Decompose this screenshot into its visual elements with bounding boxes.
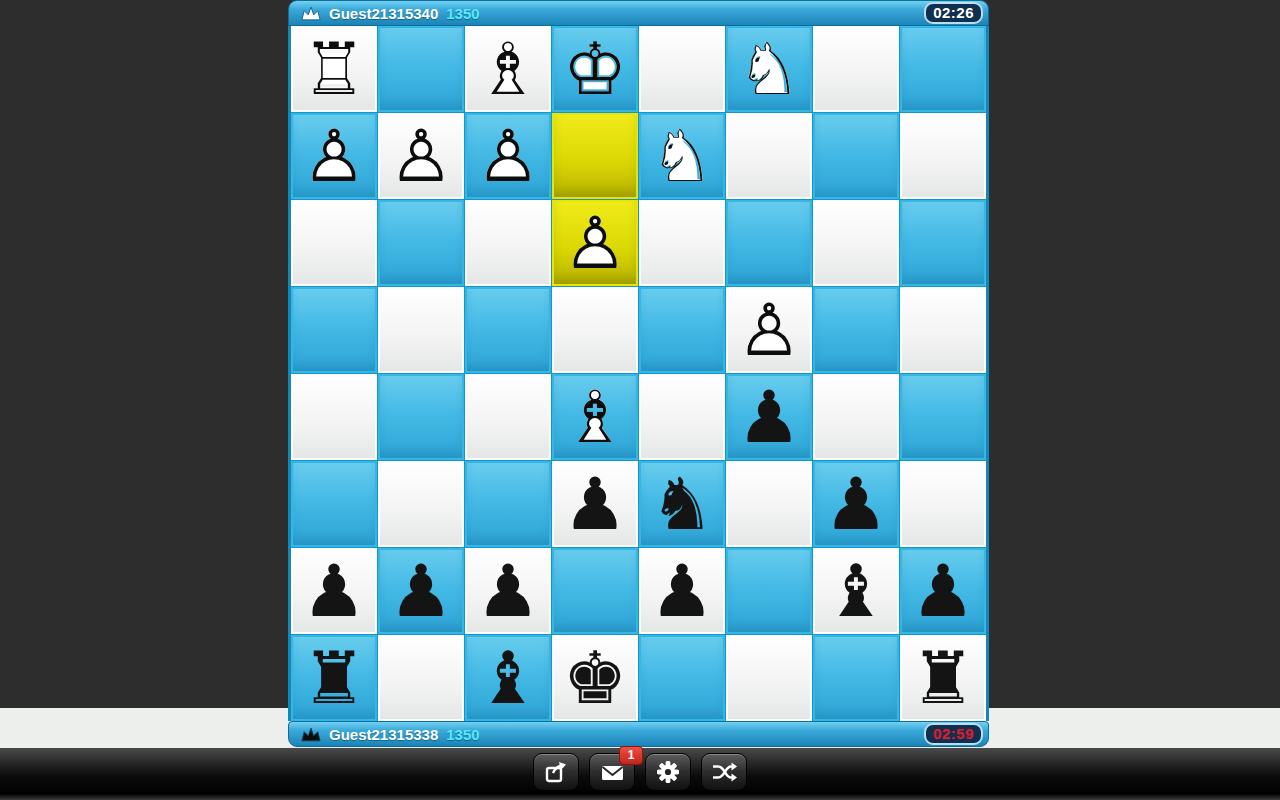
- square-g1[interactable]: [378, 26, 464, 112]
- piece-outline-layer: ♙: [291, 113, 377, 199]
- top-player-name: Guest21315340: [329, 5, 438, 22]
- square-d5[interactable]: [639, 374, 725, 460]
- game-container: Guest21315340 1350 02:26 ♜♖♝♗♚♔♞♘♟♙♟♙♟♙♞…: [288, 0, 989, 747]
- square-h7[interactable]: ♟: [291, 548, 377, 634]
- square-g7[interactable]: ♟: [378, 548, 464, 634]
- piece-outline-layer: ♗: [552, 374, 638, 460]
- piece-outline-layer: ♘: [726, 26, 812, 112]
- piece-glyph: ♟: [378, 548, 464, 634]
- piece-glyph: ♟: [465, 548, 551, 634]
- piece-glyph: ♝: [813, 548, 899, 634]
- black-pawn[interactable]: ♟: [726, 374, 812, 460]
- square-a5[interactable]: [900, 374, 986, 460]
- square-h3[interactable]: [291, 200, 377, 286]
- square-h2[interactable]: ♟♙: [291, 113, 377, 199]
- square-a3[interactable]: [900, 200, 986, 286]
- white-knight[interactable]: ♞♘: [726, 26, 812, 112]
- square-b5[interactable]: [813, 374, 899, 460]
- gear-icon: [655, 759, 681, 785]
- square-c7[interactable]: [726, 548, 812, 634]
- piece-glyph: ♟: [726, 374, 812, 460]
- square-b4[interactable]: [813, 287, 899, 373]
- piece-glyph: ♟: [291, 548, 377, 634]
- square-f2[interactable]: ♟♙: [465, 113, 551, 199]
- piece-outline-layer: ♘: [639, 113, 725, 199]
- square-c8[interactable]: [726, 635, 812, 721]
- black-king[interactable]: ♚: [552, 635, 638, 721]
- share-icon: [543, 759, 569, 785]
- black-queen-crown-icon: [301, 727, 321, 742]
- top-player-bar: Guest21315340 1350 02:26: [288, 0, 989, 26]
- square-g6[interactable]: [378, 461, 464, 547]
- square-c6[interactable]: [726, 461, 812, 547]
- piece-glyph: ♟: [639, 548, 725, 634]
- square-d4[interactable]: [639, 287, 725, 373]
- square-a2[interactable]: [900, 113, 986, 199]
- square-e3[interactable]: ♟♙: [552, 200, 638, 286]
- square-f1[interactable]: ♝♗: [465, 26, 551, 112]
- square-c1[interactable]: ♞♘: [726, 26, 812, 112]
- bottom-player-clock: 02:59: [924, 723, 983, 745]
- piece-glyph: ♜: [291, 635, 377, 721]
- square-f4[interactable]: [465, 287, 551, 373]
- square-a7[interactable]: ♟: [900, 548, 986, 634]
- square-b8[interactable]: [813, 635, 899, 721]
- settings-button[interactable]: [645, 753, 691, 791]
- black-bishop[interactable]: ♝: [465, 635, 551, 721]
- square-g8[interactable]: [378, 635, 464, 721]
- switch-sides-button[interactable]: [701, 753, 747, 791]
- square-h1[interactable]: ♜♖: [291, 26, 377, 112]
- white-bishop[interactable]: ♝♗: [552, 374, 638, 460]
- black-bishop[interactable]: ♝: [813, 548, 899, 634]
- square-b2[interactable]: [813, 113, 899, 199]
- square-e8[interactable]: ♚: [552, 635, 638, 721]
- white-pawn[interactable]: ♟♙: [552, 200, 638, 286]
- black-rook[interactable]: ♜: [291, 635, 377, 721]
- white-pawn[interactable]: ♟♙: [726, 287, 812, 373]
- piece-outline-layer: ♔: [552, 26, 638, 112]
- square-d6[interactable]: ♞: [639, 461, 725, 547]
- white-pawn[interactable]: ♟♙: [465, 113, 551, 199]
- square-g5[interactable]: [378, 374, 464, 460]
- piece-glyph: ♝: [465, 635, 551, 721]
- piece-outline-layer: ♙: [378, 113, 464, 199]
- square-g3[interactable]: [378, 200, 464, 286]
- piece-outline-layer: ♖: [291, 26, 377, 112]
- black-pawn[interactable]: ♟: [900, 548, 986, 634]
- piece-glyph: ♞: [639, 461, 725, 547]
- white-rook[interactable]: ♜♖: [291, 26, 377, 112]
- square-h6[interactable]: [291, 461, 377, 547]
- piece-glyph: ♜: [900, 635, 986, 721]
- piece-glyph: ♟: [900, 548, 986, 634]
- black-pawn[interactable]: ♟: [813, 461, 899, 547]
- top-player-clock: 02:26: [924, 2, 983, 24]
- square-a1[interactable]: [900, 26, 986, 112]
- messages-button[interactable]: 1: [589, 753, 635, 791]
- square-f5[interactable]: [465, 374, 551, 460]
- piece-outline-layer: ♙: [465, 113, 551, 199]
- square-c5[interactable]: ♟: [726, 374, 812, 460]
- share-button[interactable]: [533, 753, 579, 791]
- white-bishop[interactable]: ♝♗: [465, 26, 551, 112]
- shuffle-icon: [710, 759, 738, 785]
- square-e7[interactable]: [552, 548, 638, 634]
- bottom-player-bar: Guest21315338 1350 02:59: [288, 721, 989, 747]
- black-pawn[interactable]: ♟: [291, 548, 377, 634]
- square-b3[interactable]: [813, 200, 899, 286]
- square-d3[interactable]: [639, 200, 725, 286]
- square-b7[interactable]: ♝: [813, 548, 899, 634]
- square-d8[interactable]: [639, 635, 725, 721]
- piece-outline-layer: ♙: [552, 200, 638, 286]
- square-e5[interactable]: ♝♗: [552, 374, 638, 460]
- square-e1[interactable]: ♚♔: [552, 26, 638, 112]
- piece-glyph: ♟: [552, 461, 638, 547]
- square-e2[interactable]: [552, 113, 638, 199]
- white-king[interactable]: ♚♔: [552, 26, 638, 112]
- black-knight[interactable]: ♞: [639, 461, 725, 547]
- chess-board: ♜♖♝♗♚♔♞♘♟♙♟♙♟♙♞♘♟♙♟♙♝♗♟♟♞♟♟♟♟♟♝♟♜♝♚♜: [288, 26, 989, 721]
- black-pawn[interactable]: ♟: [552, 461, 638, 547]
- square-e6[interactable]: ♟: [552, 461, 638, 547]
- piece-glyph: ♚: [552, 635, 638, 721]
- square-h8[interactable]: ♜: [291, 635, 377, 721]
- square-f7[interactable]: ♟: [465, 548, 551, 634]
- square-c2[interactable]: [726, 113, 812, 199]
- square-c4[interactable]: ♟♙: [726, 287, 812, 373]
- black-rook[interactable]: ♜: [900, 635, 986, 721]
- piece-glyph: ♟: [813, 461, 899, 547]
- piece-outline-layer: ♙: [726, 287, 812, 373]
- square-g2[interactable]: ♟♙: [378, 113, 464, 199]
- black-pawn[interactable]: ♟: [465, 548, 551, 634]
- square-b1[interactable]: [813, 26, 899, 112]
- bottom-player-rating: 1350: [446, 726, 479, 743]
- square-c3[interactable]: [726, 200, 812, 286]
- white-pawn[interactable]: ♟♙: [378, 113, 464, 199]
- square-e4[interactable]: [552, 287, 638, 373]
- square-d1[interactable]: [639, 26, 725, 112]
- top-player-rating: 1350: [446, 5, 479, 22]
- white-pawn[interactable]: ♟♙: [291, 113, 377, 199]
- square-g4[interactable]: [378, 287, 464, 373]
- white-knight[interactable]: ♞♘: [639, 113, 725, 199]
- piece-outline-layer: ♗: [465, 26, 551, 112]
- square-f6[interactable]: [465, 461, 551, 547]
- square-h5[interactable]: [291, 374, 377, 460]
- square-a4[interactable]: [900, 287, 986, 373]
- bottom-player-name: Guest21315338: [329, 726, 438, 743]
- square-d7[interactable]: ♟: [639, 548, 725, 634]
- square-h4[interactable]: [291, 287, 377, 373]
- square-d2[interactable]: ♞♘: [639, 113, 725, 199]
- square-f3[interactable]: [465, 200, 551, 286]
- black-pawn[interactable]: ♟: [639, 548, 725, 634]
- white-queen-crown-icon: [301, 6, 321, 21]
- square-f8[interactable]: ♝: [465, 635, 551, 721]
- toolbar-buttons: 1: [533, 753, 747, 791]
- unread-count-badge: 1: [619, 746, 643, 765]
- square-b6[interactable]: ♟: [813, 461, 899, 547]
- square-a6[interactable]: [900, 461, 986, 547]
- black-pawn[interactable]: ♟: [378, 548, 464, 634]
- square-a8[interactable]: ♜: [900, 635, 986, 721]
